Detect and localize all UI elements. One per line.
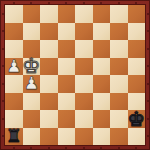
black-rook[interactable]: ♜ xyxy=(6,127,22,145)
frame-mark-top xyxy=(100,2,102,4)
frame-mark-bottom xyxy=(30,147,32,149)
frame-mark-right xyxy=(147,30,149,32)
square-f3[interactable] xyxy=(93,93,111,111)
square-d3[interactable] xyxy=(58,93,76,111)
square-f7[interactable] xyxy=(93,23,111,41)
white-pawn[interactable]: ♟ xyxy=(6,58,21,75)
frame-mark-bottom xyxy=(135,147,137,149)
square-f6[interactable] xyxy=(93,40,111,58)
frame-mark-right xyxy=(147,48,149,50)
square-e4[interactable] xyxy=(75,75,93,93)
square-d2[interactable] xyxy=(58,110,76,128)
square-a6[interactable] xyxy=(5,40,23,58)
square-d8[interactable] xyxy=(58,5,76,23)
frame-mark-top xyxy=(135,2,137,4)
frame-mark-top xyxy=(13,2,15,4)
frame-mark-bottom xyxy=(65,147,67,149)
square-f1[interactable] xyxy=(93,128,111,146)
frame-mark-left xyxy=(2,118,4,120)
square-c6[interactable] xyxy=(40,40,58,58)
frame-mark-left xyxy=(2,65,4,67)
square-f5[interactable] xyxy=(93,58,111,76)
square-h7[interactable] xyxy=(128,23,146,41)
square-b2[interactable] xyxy=(23,110,41,128)
square-h1[interactable] xyxy=(128,128,146,146)
square-b4[interactable]: ♟ xyxy=(23,75,41,93)
frame-mark-top xyxy=(48,2,50,4)
frame-mark-right xyxy=(147,118,149,120)
square-g4[interactable] xyxy=(110,75,128,93)
frame-mark-right xyxy=(147,100,149,102)
square-b7[interactable] xyxy=(23,23,41,41)
frame-mark-bottom xyxy=(100,147,102,149)
frame-mark-bottom xyxy=(48,147,50,149)
square-g2[interactable] xyxy=(110,110,128,128)
frame-mark-right xyxy=(147,135,149,137)
square-h6[interactable] xyxy=(128,40,146,58)
square-g3[interactable] xyxy=(110,93,128,111)
frame-mark-right xyxy=(147,65,149,67)
white-pawn[interactable]: ♟ xyxy=(24,75,39,92)
chess-board-frame: ♟♚♟♚♜ xyxy=(0,0,150,150)
frame-mark-top xyxy=(30,2,32,4)
square-a1[interactable]: ♜ xyxy=(5,128,23,146)
square-h5[interactable] xyxy=(128,58,146,76)
frame-mark-top xyxy=(83,2,85,4)
square-c4[interactable] xyxy=(40,75,58,93)
square-c2[interactable] xyxy=(40,110,58,128)
square-g6[interactable] xyxy=(110,40,128,58)
square-e7[interactable] xyxy=(75,23,93,41)
frame-mark-right xyxy=(147,13,149,15)
chess-board: ♟♚♟♚♜ xyxy=(5,5,145,145)
square-g1[interactable] xyxy=(110,128,128,146)
square-a3[interactable] xyxy=(5,93,23,111)
square-a7[interactable] xyxy=(5,23,23,41)
square-a4[interactable] xyxy=(5,75,23,93)
frame-mark-left xyxy=(2,13,4,15)
square-b1[interactable] xyxy=(23,128,41,146)
square-e2[interactable] xyxy=(75,110,93,128)
square-d5[interactable] xyxy=(58,58,76,76)
frame-mark-bottom xyxy=(83,147,85,149)
frame-mark-left xyxy=(2,100,4,102)
square-e3[interactable] xyxy=(75,93,93,111)
square-f4[interactable] xyxy=(93,75,111,93)
square-g5[interactable] xyxy=(110,58,128,76)
square-h4[interactable] xyxy=(128,75,146,93)
square-c5[interactable] xyxy=(40,58,58,76)
square-c7[interactable] xyxy=(40,23,58,41)
square-a8[interactable] xyxy=(5,5,23,23)
square-c1[interactable] xyxy=(40,128,58,146)
square-d7[interactable] xyxy=(58,23,76,41)
frame-mark-bottom xyxy=(118,147,120,149)
square-b8[interactable] xyxy=(23,5,41,23)
square-c8[interactable] xyxy=(40,5,58,23)
frame-mark-top xyxy=(65,2,67,4)
square-e6[interactable] xyxy=(75,40,93,58)
square-e5[interactable] xyxy=(75,58,93,76)
frame-mark-bottom xyxy=(13,147,15,149)
square-c3[interactable] xyxy=(40,93,58,111)
square-a5[interactable]: ♟ xyxy=(5,58,23,76)
frame-mark-right xyxy=(147,83,149,85)
frame-mark-left xyxy=(2,30,4,32)
square-g7[interactable] xyxy=(110,23,128,41)
square-h8[interactable] xyxy=(128,5,146,23)
square-d4[interactable] xyxy=(58,75,76,93)
square-d1[interactable] xyxy=(58,128,76,146)
square-e1[interactable] xyxy=(75,128,93,146)
square-g8[interactable] xyxy=(110,5,128,23)
frame-mark-left xyxy=(2,48,4,50)
square-d6[interactable] xyxy=(58,40,76,58)
square-e8[interactable] xyxy=(75,5,93,23)
frame-mark-left xyxy=(2,83,4,85)
frame-mark-top xyxy=(118,2,120,4)
frame-mark-left xyxy=(2,135,4,137)
square-f8[interactable] xyxy=(93,5,111,23)
square-h2[interactable]: ♚ xyxy=(128,110,146,128)
square-f2[interactable] xyxy=(93,110,111,128)
square-b3[interactable] xyxy=(23,93,41,111)
black-king[interactable]: ♚ xyxy=(127,109,145,129)
